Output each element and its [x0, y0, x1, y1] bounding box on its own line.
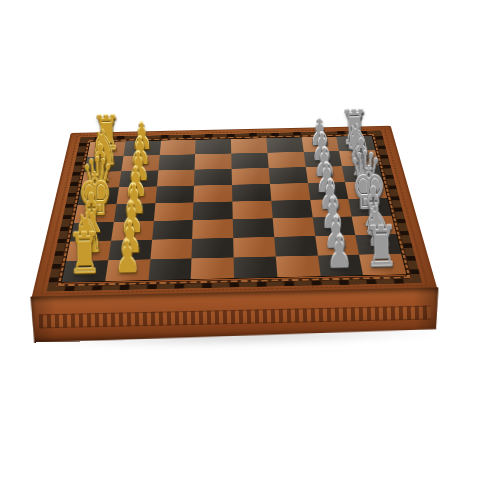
- pawn-glyph: ♟: [114, 235, 141, 279]
- chess-set-photo: ♜♞♝♛♚♝♞♜♟♟♟♟♟♟♟♟♟♟♟♟♟♟♟♟♜♞♝♛♚♝♞♜: [0, 0, 480, 480]
- rook-glyph: ♜: [68, 225, 102, 282]
- scene: ♜♞♝♛♚♝♞♜♟♟♟♟♟♟♟♟♟♟♟♟♟♟♟♟♜♞♝♛♚♝♞♜: [0, 0, 480, 480]
- pieces-layer: ♜♞♝♛♚♝♞♜♟♟♟♟♟♟♟♟♟♟♟♟♟♟♟♟♜♞♝♛♚♝♞♜: [0, 0, 480, 480]
- pawn-glyph: ♟: [326, 230, 353, 274]
- rook-glyph: ♜: [365, 218, 399, 275]
